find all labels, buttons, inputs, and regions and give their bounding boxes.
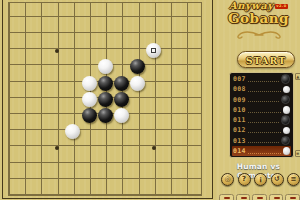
move-number: 009: [233, 96, 246, 104]
bottom-bar-button[interactable]: [269, 194, 284, 201]
move-number: 008: [233, 85, 246, 93]
white-stone-icon: [283, 106, 291, 114]
white-stone: [82, 92, 97, 107]
move-list-row[interactable]: 013: [232, 136, 291, 146]
black-stone: [98, 108, 113, 123]
dotted-leader: [248, 138, 279, 144]
white-stone: [82, 76, 97, 91]
star-point: [152, 146, 156, 150]
move-list-row[interactable]: 011: [232, 115, 291, 125]
move-list-row[interactable]: 012: [232, 125, 291, 135]
help-button[interactable]: ?: [238, 173, 251, 186]
black-stone: [114, 92, 129, 107]
star-point: [55, 49, 59, 53]
move-number: 011: [233, 116, 246, 124]
dotted-leader: [248, 148, 281, 154]
side-panel: Anywayv2.0 Gobang START 0070080090100110…: [217, 0, 300, 200]
move-number: 012: [233, 126, 246, 134]
black-stone-icon: [281, 115, 291, 125]
dotted-leader: [248, 76, 279, 82]
move-number: 007: [233, 75, 246, 83]
move-number: 010: [233, 106, 246, 114]
move-number: 013: [233, 137, 246, 145]
toolbar: ◎?¡↺≡: [221, 173, 300, 186]
move-list-row[interactable]: 009: [232, 95, 291, 105]
game-window: Anywayv2.0 Gobang START 0070080090100110…: [0, 0, 300, 200]
dotted-leader: [248, 97, 279, 103]
scroll-down-button[interactable]: ≡: [295, 150, 301, 157]
version-badge: v2.0: [275, 4, 288, 9]
black-stone: [98, 92, 113, 107]
bottom-bar-button[interactable]: [285, 194, 300, 201]
white-stone-icon: [283, 86, 291, 94]
options-button[interactable]: ◎: [221, 173, 234, 186]
move-list-row[interactable]: 008: [232, 84, 291, 94]
move-list[interactable]: 007008009010011012013014: [229, 72, 294, 158]
white-stone-icon: [283, 147, 291, 155]
dotted-leader: [248, 128, 281, 134]
black-stone-icon: [281, 95, 291, 105]
white-stone: [130, 76, 145, 91]
game-logo: Anywayv2.0 Gobang: [217, 1, 300, 43]
bottom-bar: [219, 194, 300, 201]
move-list-row[interactable]: 014: [232, 146, 291, 156]
move-number: 014: [233, 147, 246, 155]
start-button[interactable]: START: [237, 51, 295, 68]
hint-button[interactable]: ¡: [254, 173, 267, 186]
dotted-leader: [248, 117, 279, 123]
black-stone-icon: [281, 74, 291, 84]
last-move-marker: [151, 48, 156, 53]
star-point: [55, 146, 59, 150]
black-stone: [114, 76, 129, 91]
move-list-row[interactable]: 007: [232, 74, 291, 84]
dotted-leader: [248, 87, 281, 93]
white-stone-icon: [283, 127, 291, 135]
logo-flourish-ornament: [217, 27, 300, 43]
dotted-leader: [248, 107, 281, 113]
board[interactable]: [0, 0, 217, 200]
black-stone: [82, 108, 97, 123]
white-stone: [98, 59, 113, 74]
logo-title-gobang: Gobang: [217, 12, 300, 26]
move-list-row[interactable]: 010: [232, 105, 291, 115]
white-stone: [114, 108, 129, 123]
black-stone: [98, 76, 113, 91]
start-button-label: START: [246, 55, 287, 66]
bottom-bar-button[interactable]: [219, 194, 234, 201]
menu-button[interactable]: ≡: [287, 173, 300, 186]
bottom-bar-button[interactable]: [252, 194, 267, 201]
scroll-up-button[interactable]: ▲: [295, 73, 301, 80]
black-stone-icon: [281, 136, 291, 146]
bottom-bar-button[interactable]: [236, 194, 251, 201]
undo-button[interactable]: ↺: [271, 173, 284, 186]
